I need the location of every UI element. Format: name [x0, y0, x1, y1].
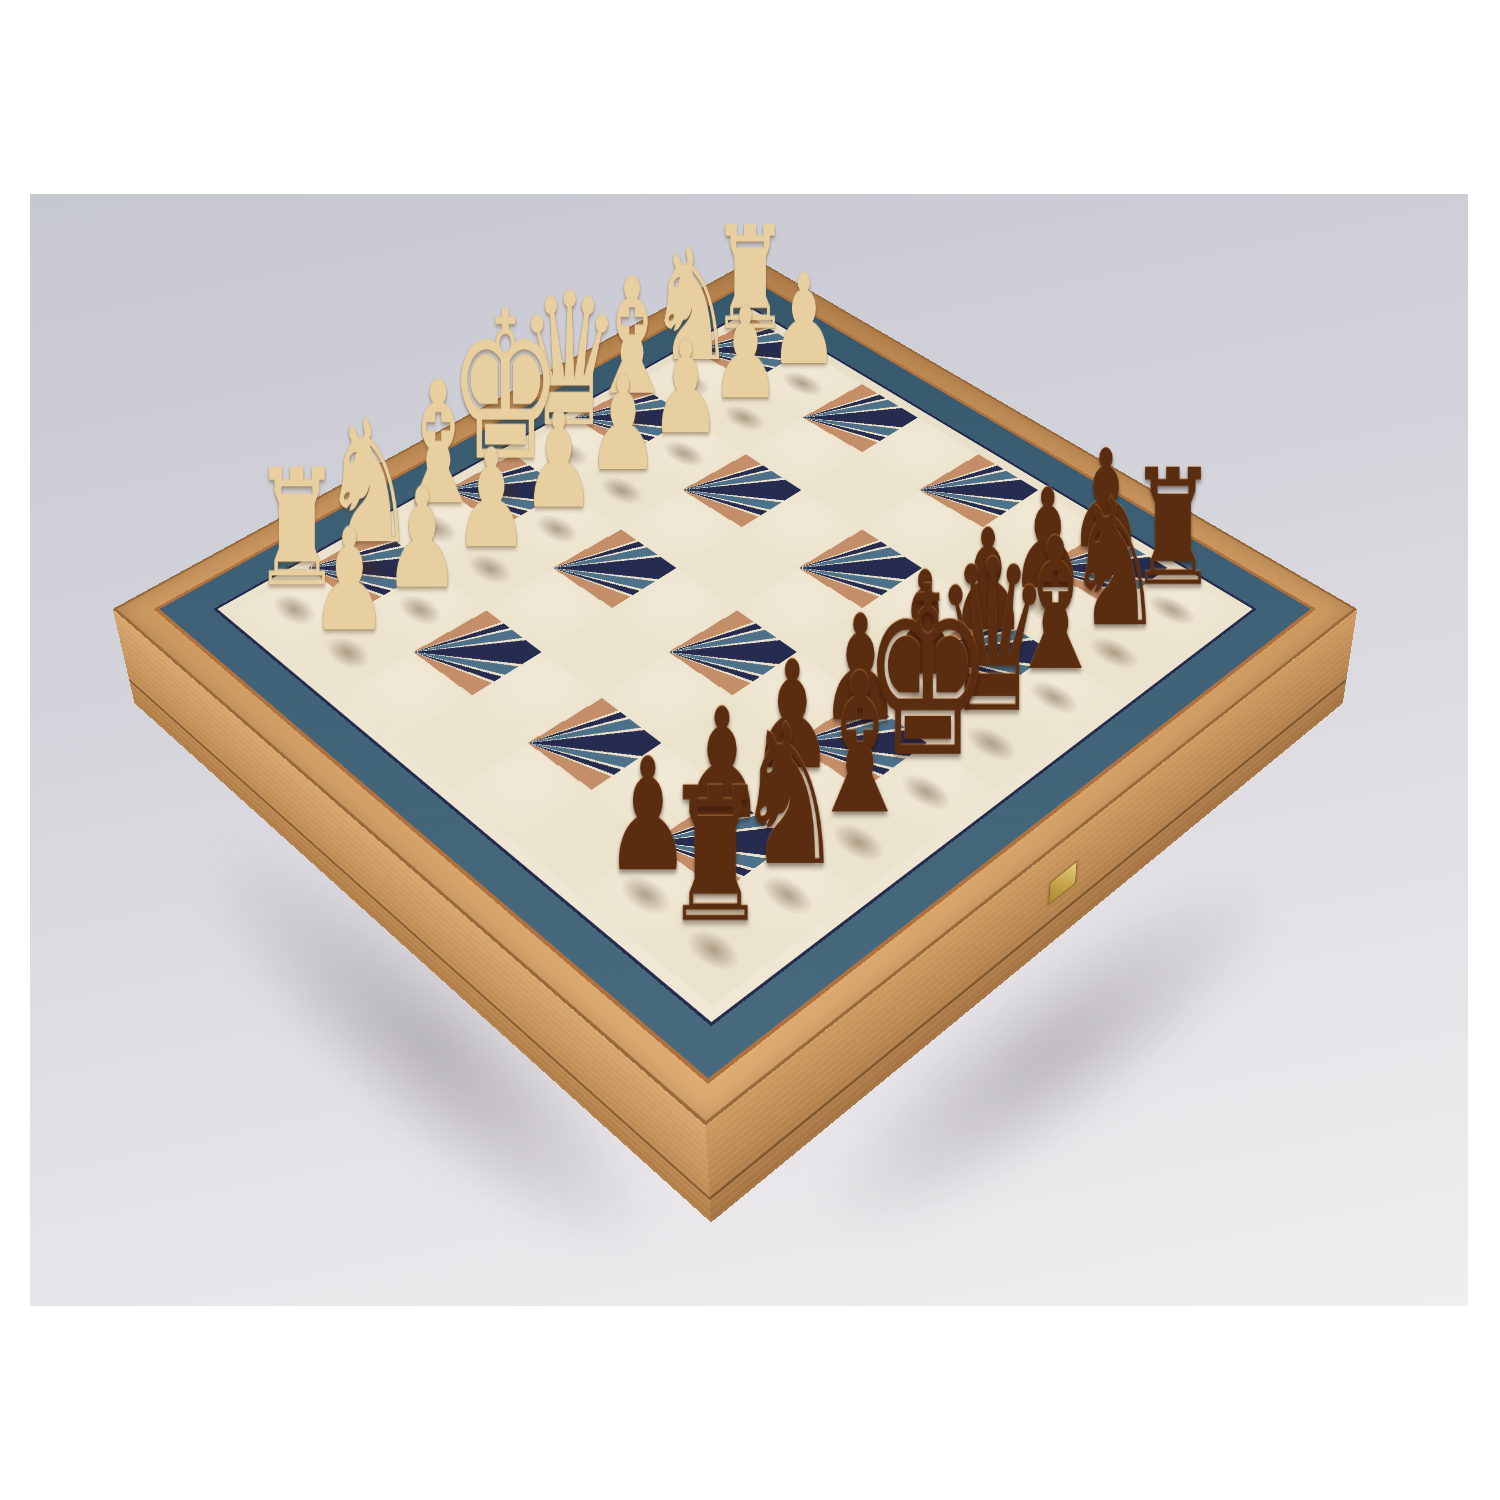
blue-border-band: ♜♟♟♜♞♟♟♞♝♟♟♝♛♟♟♛♚♟♟♚♝♟♟♝♞♟♟♞♜♟♟♜: [154, 278, 1316, 1084]
product-photo: ♜♟♟♜♞♟♟♞♝♟♟♝♛♟♟♛♚♟♟♚♝♟♟♝♞♟♟♞♜♟♟♜: [30, 194, 1468, 1306]
piece-white-pawn-h2[interactable]: ♟: [288, 511, 411, 652]
square-h2[interactable]: ♟: [286, 609, 414, 696]
brass-latch-icon: [1048, 861, 1077, 905]
board-top: ♜♟♟♜♞♟♟♞♝♟♟♝♛♟♟♛♚♟♟♚♝♟♟♝♞♟♟♞♜♟♟♜: [113, 258, 1358, 1125]
square-h8[interactable]: ♜: [643, 894, 788, 1006]
chess-box: ♜♟♟♜♞♟♟♞♝♟♟♝♛♟♟♛♚♟♟♚♝♟♟♝♞♟♟♞♜♟♟♜: [113, 258, 1358, 1125]
board-field: ♜♟♟♜♞♟♟♞♝♟♟♝♛♟♟♛♚♟♟♚♝♟♟♝♞♟♟♞♜♟♟♜: [213, 307, 1257, 1026]
piece-black-rook-h8[interactable]: ♜: [646, 764, 785, 949]
scene: ♜♟♟♜♞♟♟♞♝♟♟♝♛♟♟♛♚♟♟♚♝♟♟♝♞♟♟♞♜♟♟♜: [30, 194, 1468, 1306]
page: ♜♟♟♜♞♟♟♞♝♟♟♝♛♟♟♛♚♟♟♚♝♟♟♝♞♟♟♞♜♟♟♜: [0, 0, 1500, 1500]
